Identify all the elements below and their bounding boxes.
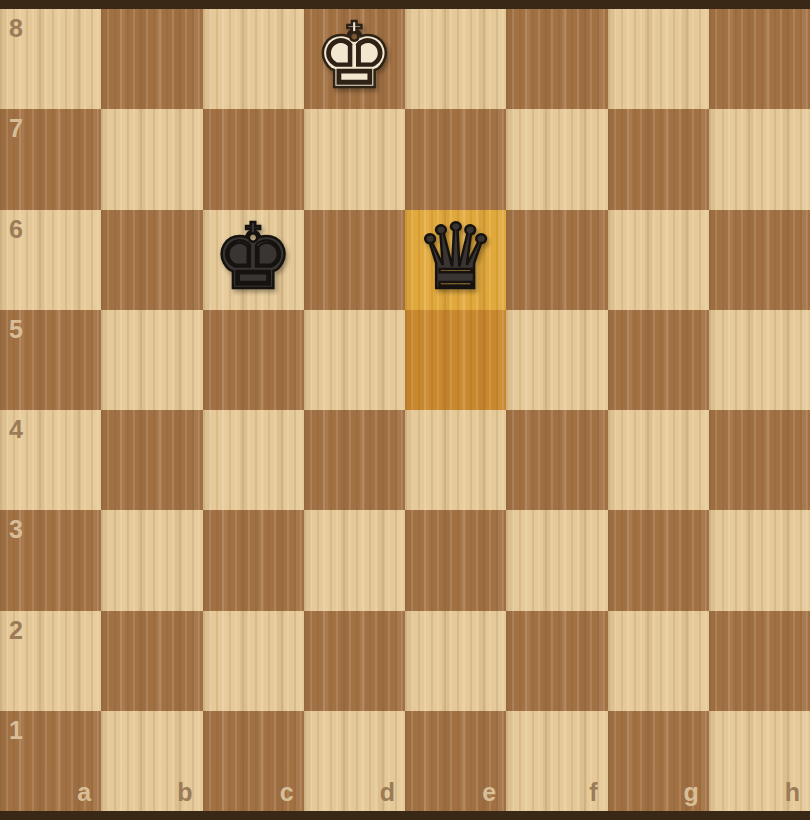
square-c2[interactable] (203, 611, 304, 711)
square-g4[interactable] (608, 410, 709, 510)
square-h5[interactable] (709, 310, 810, 410)
square-c3[interactable] (203, 510, 304, 610)
square-b6[interactable] (101, 210, 202, 310)
square-g1[interactable]: g (608, 711, 709, 811)
square-e5-highlighted[interactable] (405, 310, 506, 410)
square-h3[interactable] (709, 510, 810, 610)
square-a8[interactable]: 8 (0, 9, 101, 109)
file-label-f: f (589, 780, 597, 805)
square-e8[interactable] (405, 9, 506, 109)
square-f3[interactable] (506, 510, 607, 610)
square-g6[interactable] (608, 210, 709, 310)
square-b8[interactable] (101, 9, 202, 109)
square-a2[interactable]: 2 (0, 611, 101, 711)
square-b7[interactable] (101, 109, 202, 209)
file-label-g: g (683, 780, 698, 805)
square-d8[interactable]: ♚ (304, 9, 405, 109)
file-label-h: h (785, 780, 800, 805)
square-b1[interactable]: b (101, 711, 202, 811)
square-g8[interactable] (608, 9, 709, 109)
rank-label-2: 2 (9, 618, 23, 643)
square-c8[interactable] (203, 9, 304, 109)
square-a4[interactable]: 4 (0, 410, 101, 510)
square-e6-highlighted[interactable]: ♛ (405, 210, 506, 310)
square-c6[interactable]: ♚ (203, 210, 304, 310)
square-d5[interactable] (304, 310, 405, 410)
square-e7[interactable] (405, 109, 506, 209)
square-d6[interactable] (304, 210, 405, 310)
chess-board: 8♚76♚♛54321abcdefgh (0, 9, 810, 811)
rank-label-4: 4 (9, 417, 23, 442)
black-king[interactable]: ♚ (213, 212, 294, 302)
square-d7[interactable] (304, 109, 405, 209)
rank-label-5: 5 (9, 317, 23, 342)
square-f6[interactable] (506, 210, 607, 310)
file-label-e: e (482, 780, 496, 805)
file-label-b: b (177, 780, 192, 805)
square-b5[interactable] (101, 310, 202, 410)
square-f2[interactable] (506, 611, 607, 711)
square-g5[interactable] (608, 310, 709, 410)
square-b2[interactable] (101, 611, 202, 711)
square-a3[interactable]: 3 (0, 510, 101, 610)
square-h7[interactable] (709, 109, 810, 209)
rank-label-1: 1 (9, 718, 23, 743)
square-f7[interactable] (506, 109, 607, 209)
rank-label-7: 7 (9, 116, 23, 141)
file-label-d: d (380, 780, 395, 805)
square-a5[interactable]: 5 (0, 310, 101, 410)
square-a6[interactable]: 6 (0, 210, 101, 310)
board-frame: 8♚76♚♛54321abcdefgh (0, 0, 810, 820)
square-c5[interactable] (203, 310, 304, 410)
square-g3[interactable] (608, 510, 709, 610)
square-f5[interactable] (506, 310, 607, 410)
rank-label-8: 8 (9, 16, 23, 41)
square-h4[interactable] (709, 410, 810, 510)
square-d3[interactable] (304, 510, 405, 610)
square-e1[interactable]: e (405, 711, 506, 811)
square-d2[interactable] (304, 611, 405, 711)
square-d4[interactable] (304, 410, 405, 510)
square-h1[interactable]: h (709, 711, 810, 811)
square-e4[interactable] (405, 410, 506, 510)
square-a7[interactable]: 7 (0, 109, 101, 209)
square-b3[interactable] (101, 510, 202, 610)
rank-label-6: 6 (9, 217, 23, 242)
square-f1[interactable]: f (506, 711, 607, 811)
black-queen[interactable]: ♛ (415, 212, 496, 302)
square-c4[interactable] (203, 410, 304, 510)
square-d1[interactable]: d (304, 711, 405, 811)
square-h8[interactable] (709, 9, 810, 109)
square-e2[interactable] (405, 611, 506, 711)
square-b4[interactable] (101, 410, 202, 510)
file-label-c: c (280, 780, 294, 805)
square-c1[interactable]: c (203, 711, 304, 811)
square-a1[interactable]: 1a (0, 711, 101, 811)
square-e3[interactable] (405, 510, 506, 610)
square-h6[interactable] (709, 210, 810, 310)
square-g2[interactable] (608, 611, 709, 711)
rank-label-3: 3 (9, 517, 23, 542)
white-king[interactable]: ♚ (314, 11, 395, 101)
file-label-a: a (77, 780, 91, 805)
square-f8[interactable] (506, 9, 607, 109)
square-h2[interactable] (709, 611, 810, 711)
square-f4[interactable] (506, 410, 607, 510)
square-c7[interactable] (203, 109, 304, 209)
square-g7[interactable] (608, 109, 709, 209)
